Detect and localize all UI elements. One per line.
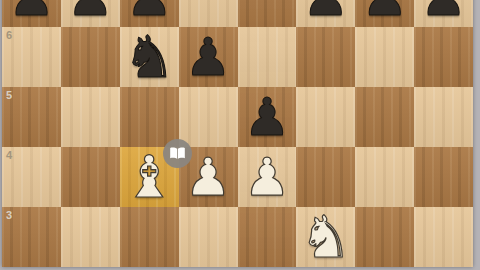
square-d7[interactable] (179, 0, 238, 27)
square-c6[interactable]: ♞ (120, 27, 179, 87)
book-move-badge (163, 139, 192, 168)
rank-label-5: 5 (6, 89, 12, 101)
square-a5[interactable]: 5 (2, 87, 61, 147)
piece-black-pawn-g7[interactable]: ♟ (355, 0, 414, 27)
square-b5[interactable] (61, 87, 120, 147)
chess-board[interactable]: ♟♟♟♟♟♟6♞♟5♟4♝♟♟3♞ (2, 0, 473, 267)
square-b6[interactable] (61, 27, 120, 87)
square-d5[interactable] (179, 87, 238, 147)
piece-black-pawn-d6[interactable]: ♟ (179, 27, 238, 87)
square-b7[interactable]: ♟ (61, 0, 120, 27)
square-e3[interactable] (238, 207, 297, 267)
square-c5[interactable] (120, 87, 179, 147)
square-e6[interactable] (238, 27, 297, 87)
square-h4[interactable] (414, 147, 473, 207)
square-g4[interactable] (355, 147, 414, 207)
piece-black-knight-c6[interactable]: ♞ (120, 27, 179, 87)
square-h5[interactable] (414, 87, 473, 147)
square-f7[interactable]: ♟ (296, 0, 355, 27)
rank-label-4: 4 (6, 149, 12, 161)
square-h6[interactable] (414, 27, 473, 87)
square-b3[interactable] (61, 207, 120, 267)
square-a7[interactable]: ♟ (2, 0, 61, 27)
piece-black-pawn-h7[interactable]: ♟ (414, 0, 473, 27)
square-h7[interactable]: ♟ (414, 0, 473, 27)
piece-white-pawn-e4[interactable]: ♟ (238, 147, 297, 207)
square-d6[interactable]: ♟ (179, 27, 238, 87)
square-e4[interactable]: ♟ (238, 147, 297, 207)
square-f4[interactable] (296, 147, 355, 207)
square-e7[interactable] (238, 0, 297, 27)
square-a6[interactable]: 6 (2, 27, 61, 87)
square-d3[interactable] (179, 207, 238, 267)
piece-white-knight-f3[interactable]: ♞ (296, 207, 355, 267)
square-f5[interactable] (296, 87, 355, 147)
square-g6[interactable] (355, 27, 414, 87)
square-f3[interactable]: ♞ (296, 207, 355, 267)
square-b4[interactable] (61, 147, 120, 207)
square-g5[interactable] (355, 87, 414, 147)
square-e5[interactable]: ♟ (238, 87, 297, 147)
square-c3[interactable] (120, 207, 179, 267)
square-a3[interactable]: 3 (2, 207, 61, 267)
square-h3[interactable] (414, 207, 473, 267)
open-book-icon (169, 147, 186, 160)
piece-black-pawn-a7[interactable]: ♟ (2, 0, 61, 27)
piece-black-pawn-b7[interactable]: ♟ (61, 0, 120, 27)
square-a4[interactable]: 4 (2, 147, 61, 207)
square-g7[interactable]: ♟ (355, 0, 414, 27)
rank-label-3: 3 (6, 209, 12, 221)
video-frame: ♟♟♟♟♟♟6♞♟5♟4♝♟♟3♞ (0, 0, 480, 270)
square-g3[interactable] (355, 207, 414, 267)
rank-label-6: 6 (6, 29, 12, 41)
square-f6[interactable] (296, 27, 355, 87)
piece-black-pawn-f7[interactable]: ♟ (296, 0, 355, 27)
piece-black-pawn-e5[interactable]: ♟ (238, 87, 297, 147)
